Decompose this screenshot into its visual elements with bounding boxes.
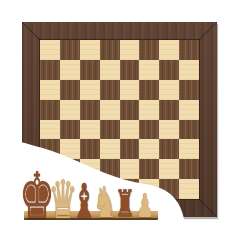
square-b1 <box>60 179 80 199</box>
square-e3 <box>120 139 140 159</box>
square-f8 <box>139 40 159 60</box>
square-b8 <box>60 40 80 60</box>
square-e1 <box>120 179 140 199</box>
square-f7 <box>139 60 159 80</box>
product-photo: ♚ ♛ ♝ ♞ ♜ ♟ <box>0 0 240 240</box>
square-h6 <box>179 80 199 100</box>
frame-miter-top-left <box>22 22 40 40</box>
square-g3 <box>159 139 179 159</box>
display-shelf <box>24 211 158 220</box>
board-grid <box>40 40 199 199</box>
square-f5 <box>139 100 159 120</box>
square-c7 <box>80 60 100 80</box>
square-g5 <box>159 100 179 120</box>
square-e4 <box>120 120 140 140</box>
square-g1 <box>159 179 179 199</box>
frame-miter-top-right <box>199 22 217 40</box>
square-d3 <box>100 139 120 159</box>
square-h8 <box>179 40 199 60</box>
square-g7 <box>159 60 179 80</box>
square-c3 <box>80 139 100 159</box>
square-f6 <box>139 80 159 100</box>
square-h2 <box>179 159 199 179</box>
square-c6 <box>80 80 100 100</box>
square-e8 <box>120 40 140 60</box>
square-a2 <box>40 159 60 179</box>
square-e2 <box>120 159 140 179</box>
square-c5 <box>80 100 100 120</box>
square-h5 <box>179 100 199 120</box>
square-f4 <box>139 120 159 140</box>
square-a5 <box>40 100 60 120</box>
square-a4 <box>40 120 60 140</box>
square-f2 <box>139 159 159 179</box>
square-h4 <box>179 120 199 140</box>
square-g8 <box>159 40 179 60</box>
square-d4 <box>100 120 120 140</box>
square-b2 <box>60 159 80 179</box>
square-b5 <box>60 100 80 120</box>
square-d5 <box>100 100 120 120</box>
square-c4 <box>80 120 100 140</box>
square-a7 <box>40 60 60 80</box>
square-f1 <box>139 179 159 199</box>
frame-miter-bottom-right <box>199 199 217 217</box>
square-g6 <box>159 80 179 100</box>
square-c1 <box>80 179 100 199</box>
square-a1 <box>40 179 60 199</box>
square-a8 <box>40 40 60 60</box>
square-h1 <box>179 179 199 199</box>
square-f3 <box>139 139 159 159</box>
square-d7 <box>100 60 120 80</box>
square-b7 <box>60 60 80 80</box>
square-b3 <box>60 139 80 159</box>
chess-board <box>22 22 217 217</box>
square-h3 <box>179 139 199 159</box>
square-c2 <box>80 159 100 179</box>
square-d8 <box>100 40 120 60</box>
square-g4 <box>159 120 179 140</box>
square-a3 <box>40 139 60 159</box>
square-g2 <box>159 159 179 179</box>
square-d1 <box>100 179 120 199</box>
square-b6 <box>60 80 80 100</box>
square-e5 <box>120 100 140 120</box>
square-e6 <box>120 80 140 100</box>
square-h7 <box>179 60 199 80</box>
square-d6 <box>100 80 120 100</box>
square-d2 <box>100 159 120 179</box>
square-e7 <box>120 60 140 80</box>
square-a6 <box>40 80 60 100</box>
square-b4 <box>60 120 80 140</box>
square-c8 <box>80 40 100 60</box>
